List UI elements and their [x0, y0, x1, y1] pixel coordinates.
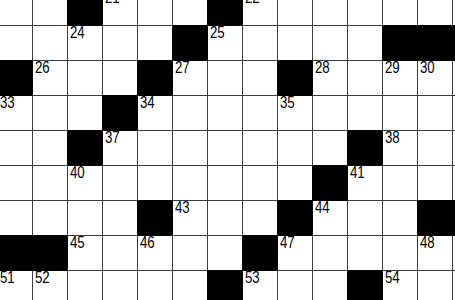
cell-r1c9[interactable]	[313, 26, 347, 60]
cell-r7c8[interactable]: 47	[278, 236, 312, 270]
cell-r1c8[interactable]	[278, 26, 312, 60]
clue-number: 40	[70, 164, 85, 181]
cell-r6c10[interactable]	[348, 201, 382, 235]
clue-number: 26	[35, 59, 50, 76]
black-cell-r0c6	[208, 0, 242, 25]
cell-r5c1[interactable]	[33, 166, 67, 200]
clue-number: 51	[0, 269, 15, 286]
cell-r3c7[interactable]	[243, 96, 277, 130]
cell-r3c4[interactable]: 34	[138, 96, 172, 130]
cell-r4c12[interactable]	[418, 131, 452, 165]
clue-number: 24	[70, 24, 85, 41]
cell-r5c3[interactable]	[103, 166, 137, 200]
black-cell-r2c8	[278, 61, 312, 95]
cell-r0c3[interactable]: 21	[103, 0, 137, 25]
cell-r2c9[interactable]: 28	[313, 61, 347, 95]
black-cell-r0c2	[68, 0, 102, 25]
cell-r2c10[interactable]	[348, 61, 382, 95]
cell-r7c9[interactable]	[313, 236, 347, 270]
cell-r4c5[interactable]	[173, 131, 207, 165]
cell-r6c0[interactable]	[0, 201, 32, 235]
cell-r5c7[interactable]	[243, 166, 277, 200]
cell-r4c11[interactable]: 38	[383, 131, 417, 165]
black-cell-r7c1	[33, 236, 67, 270]
cell-r8c3[interactable]	[103, 271, 137, 300]
cell-r5c10[interactable]: 41	[348, 166, 382, 200]
black-cell-r2c4	[138, 61, 172, 95]
cell-r0c5[interactable]	[173, 0, 207, 25]
cell-r4c0[interactable]	[0, 131, 32, 165]
cell-r1c10[interactable]	[348, 26, 382, 60]
crossword-grid: 2122242526272829303334353738404143444546…	[0, 0, 455, 300]
clue-number: 25	[210, 24, 225, 41]
black-cell-r5c9	[313, 166, 347, 200]
cell-r2c6[interactable]	[208, 61, 242, 95]
cell-r2c7[interactable]	[243, 61, 277, 95]
cell-r8c0[interactable]: 51	[0, 271, 32, 300]
clue-number: 22	[245, 0, 260, 6]
cell-r0c10[interactable]	[348, 0, 382, 25]
cell-r4c9[interactable]	[313, 131, 347, 165]
clue-number: 52	[35, 269, 50, 286]
cell-r3c6[interactable]	[208, 96, 242, 130]
cell-r0c9[interactable]	[313, 0, 347, 25]
cell-r8c11[interactable]: 54	[383, 271, 417, 300]
cell-r5c5[interactable]	[173, 166, 207, 200]
cell-r6c2[interactable]	[68, 201, 102, 235]
clue-number: 54	[385, 269, 400, 286]
cell-r4c7[interactable]	[243, 131, 277, 165]
clue-number: 44	[315, 199, 330, 216]
cell-r0c1[interactable]	[33, 0, 67, 25]
black-cell-r4c2	[68, 131, 102, 165]
cell-r8c12[interactable]	[418, 271, 452, 300]
black-cell-r6c8	[278, 201, 312, 235]
cell-r0c11[interactable]	[383, 0, 417, 25]
cell-r7c11[interactable]	[383, 236, 417, 270]
cell-r7c5[interactable]	[173, 236, 207, 270]
black-cell-r1c12	[418, 26, 452, 60]
cell-r6c7[interactable]	[243, 201, 277, 235]
cell-r6c5[interactable]: 43	[173, 201, 207, 235]
crossword-board: 2122242526272829303334353738404143444546…	[0, 0, 455, 300]
cell-r7c6[interactable]	[208, 236, 242, 270]
cell-r6c11[interactable]	[383, 201, 417, 235]
cell-r5c8[interactable]	[278, 166, 312, 200]
cell-r2c12[interactable]: 30	[418, 61, 452, 95]
black-cell-r3c3	[103, 96, 137, 130]
clue-number: 46	[140, 234, 155, 251]
cell-r3c8[interactable]: 35	[278, 96, 312, 130]
cell-r2c11[interactable]: 29	[383, 61, 417, 95]
cell-r3c10[interactable]	[348, 96, 382, 130]
cell-r3c11[interactable]	[383, 96, 417, 130]
cell-r1c7[interactable]	[243, 26, 277, 60]
cell-r1c6[interactable]: 25	[208, 26, 242, 60]
clue-number: 27	[175, 59, 190, 76]
cell-r6c6[interactable]	[208, 201, 242, 235]
cell-r7c12[interactable]: 48	[418, 236, 452, 270]
cell-r7c4[interactable]: 46	[138, 236, 172, 270]
clue-number: 33	[0, 94, 15, 111]
cell-r2c1[interactable]: 26	[33, 61, 67, 95]
cell-r1c4[interactable]	[138, 26, 172, 60]
black-cell-r6c4	[138, 201, 172, 235]
cell-r2c3[interactable]	[103, 61, 137, 95]
clue-number: 53	[245, 269, 260, 286]
cell-r8c1[interactable]: 52	[33, 271, 67, 300]
cell-r5c0[interactable]	[0, 166, 32, 200]
black-cell-r2c0	[0, 61, 32, 95]
cell-r1c3[interactable]	[103, 26, 137, 60]
cell-r4c8[interactable]	[278, 131, 312, 165]
cell-r5c2[interactable]: 40	[68, 166, 102, 200]
clue-number: 29	[385, 59, 400, 76]
cell-r7c3[interactable]	[103, 236, 137, 270]
cell-r6c3[interactable]	[103, 201, 137, 235]
black-cell-r6c12	[418, 201, 452, 235]
black-cell-r4c10	[348, 131, 382, 165]
cell-r3c9[interactable]	[313, 96, 347, 130]
cell-r5c12[interactable]	[418, 166, 452, 200]
clue-number: 45	[70, 234, 85, 251]
black-cell-r8c6	[208, 271, 242, 300]
clue-number: 41	[350, 164, 365, 181]
cell-r8c8[interactable]	[278, 271, 312, 300]
clue-number: 38	[385, 129, 400, 146]
clue-number: 35	[280, 94, 295, 111]
cell-r6c9[interactable]: 44	[313, 201, 347, 235]
cell-r6c1[interactable]	[33, 201, 67, 235]
cell-r1c0[interactable]	[0, 26, 32, 60]
cell-r8c7[interactable]: 53	[243, 271, 277, 300]
clue-number: 43	[175, 199, 190, 216]
cell-r2c5[interactable]: 27	[173, 61, 207, 95]
cell-r4c1[interactable]	[33, 131, 67, 165]
cell-r7c10[interactable]	[348, 236, 382, 270]
cell-r0c8[interactable]	[278, 0, 312, 25]
black-cell-r7c7	[243, 236, 277, 270]
cell-r3c12[interactable]	[418, 96, 452, 130]
clue-number: 48	[420, 234, 435, 251]
clue-number: 30	[420, 59, 435, 76]
black-cell-r1c11	[383, 26, 417, 60]
cell-r0c0[interactable]	[0, 0, 32, 25]
black-cell-r7c0	[0, 236, 32, 270]
cell-r7c2[interactable]: 45	[68, 236, 102, 270]
cell-r1c1[interactable]	[33, 26, 67, 60]
cell-r3c2[interactable]	[68, 96, 102, 130]
cell-r3c5[interactable]	[173, 96, 207, 130]
black-cell-r8c10	[348, 271, 382, 300]
cell-r4c4[interactable]	[138, 131, 172, 165]
cell-r8c9[interactable]	[313, 271, 347, 300]
clue-number: 21	[105, 0, 120, 6]
cell-r4c3[interactable]: 37	[103, 131, 137, 165]
cell-r8c5[interactable]	[173, 271, 207, 300]
clue-number: 47	[280, 234, 295, 251]
cell-r8c2[interactable]	[68, 271, 102, 300]
cell-r0c4[interactable]	[138, 0, 172, 25]
clue-number: 34	[140, 94, 155, 111]
cell-r5c4[interactable]	[138, 166, 172, 200]
clue-number: 28	[315, 59, 330, 76]
cell-r1c2[interactable]: 24	[68, 26, 102, 60]
cell-r5c6[interactable]	[208, 166, 242, 200]
cell-r3c0[interactable]: 33	[0, 96, 32, 130]
cell-r0c7[interactable]: 22	[243, 0, 277, 25]
cell-r5c11[interactable]	[383, 166, 417, 200]
black-cell-r1c5	[173, 26, 207, 60]
clue-number: 37	[105, 129, 120, 146]
cell-r0c12[interactable]	[418, 0, 452, 25]
cell-r3c1[interactable]	[33, 96, 67, 130]
cell-r2c2[interactable]	[68, 61, 102, 95]
cell-r8c4[interactable]	[138, 271, 172, 300]
cell-r4c6[interactable]	[208, 131, 242, 165]
